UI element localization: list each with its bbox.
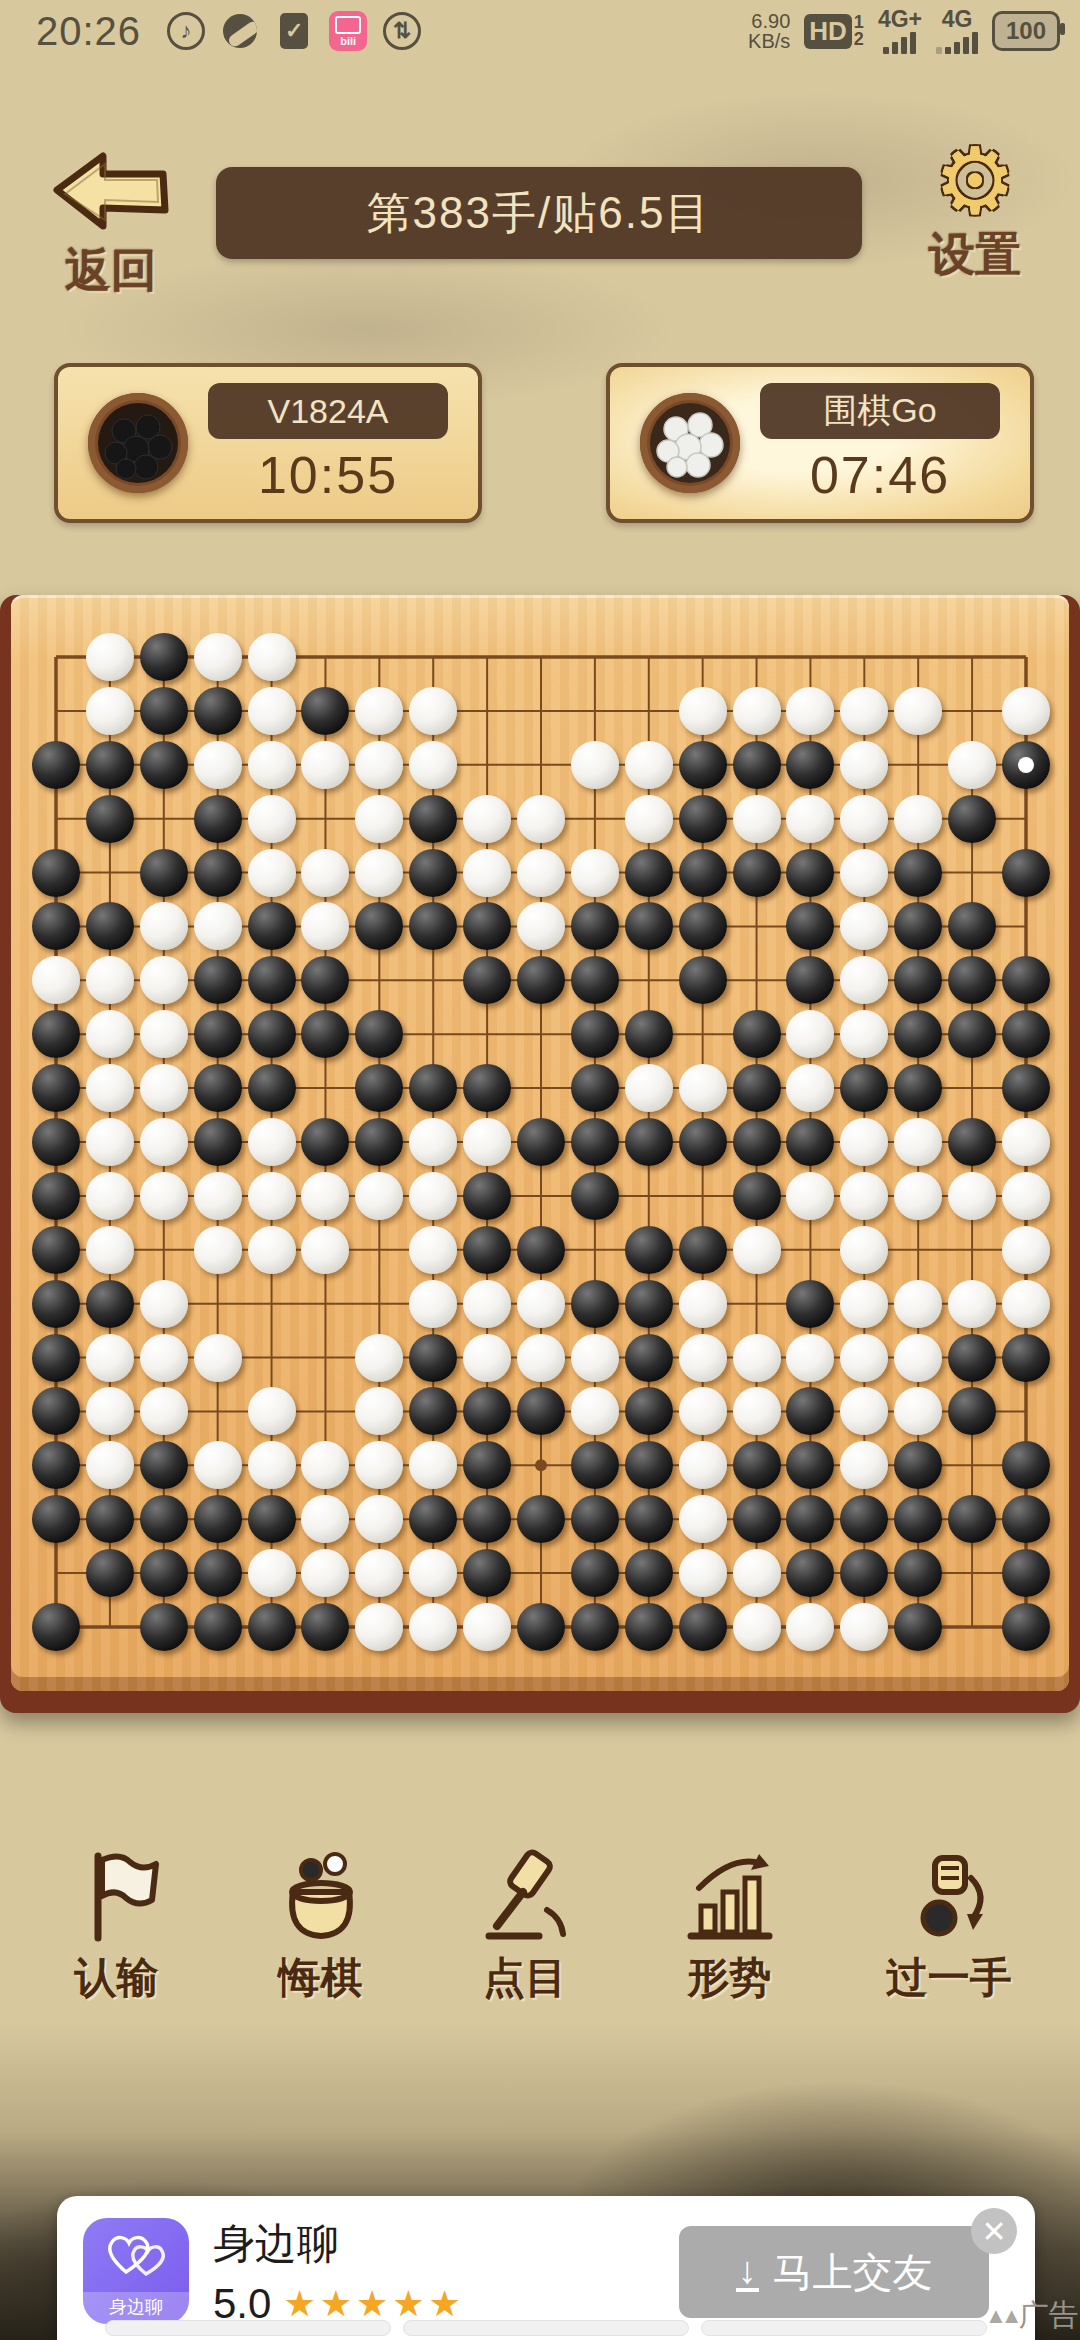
black-stone: [32, 1387, 80, 1435]
white-stone: [301, 1172, 349, 1220]
black-stone: [1002, 1549, 1050, 1597]
white-stone: [409, 1549, 457, 1597]
black-stone: [355, 1064, 403, 1112]
black-stone: [86, 902, 134, 950]
black-stone: [625, 1441, 673, 1489]
white-stone: [894, 1334, 942, 1382]
black-stone: [32, 1603, 80, 1651]
white-stone: [140, 1334, 188, 1382]
white-stone: [894, 687, 942, 735]
undo-button[interactable]: 悔棋: [273, 1848, 369, 2006]
white-stone-bowl-icon: [640, 393, 740, 493]
black-stone: [840, 1549, 888, 1597]
white-stone: [894, 1280, 942, 1328]
white-stone: [355, 849, 403, 897]
white-stone: [194, 1172, 242, 1220]
black-stone: [1002, 1441, 1050, 1489]
white-stone: [248, 687, 296, 735]
black-player-name: V1824A: [208, 383, 448, 439]
black-stone: [571, 1441, 619, 1489]
white-stone: [463, 1603, 511, 1651]
settings-button[interactable]: ⚙ 设置: [910, 138, 1040, 286]
white-stone: [409, 1172, 457, 1220]
white-stone: [840, 687, 888, 735]
white-stone: [894, 795, 942, 843]
black-stone: [625, 1495, 673, 1543]
white-stone: [571, 849, 619, 897]
black-stone: [140, 849, 188, 897]
white-stone: [248, 795, 296, 843]
ad-app-icon: 身边聊: [83, 2218, 189, 2324]
count-points-icon: [477, 1848, 573, 1944]
white-stone: [248, 741, 296, 789]
white-stone: [840, 1441, 888, 1489]
black-stone: [625, 849, 673, 897]
white-stone: [733, 687, 781, 735]
music-icon: ♪: [167, 12, 205, 50]
black-stone: [894, 849, 942, 897]
white-player-card: 围棋Go 07:46: [606, 363, 1034, 523]
black-stone: [140, 1495, 188, 1543]
black-stone: [571, 1549, 619, 1597]
white-stone: [571, 1387, 619, 1435]
white-stone: [409, 1603, 457, 1651]
white-stone: [409, 1280, 457, 1328]
black-stone: [463, 1549, 511, 1597]
action-toolbar: 认输 悔棋 点目 形势: [0, 1848, 1080, 2018]
white-stone: [571, 1334, 619, 1382]
white-stone: [679, 1334, 727, 1382]
white-stone: [86, 1172, 134, 1220]
status-bar: 20:26 ♪ ✓ bili ⇅ 6.90 KB/s HD 12 4G+ 4G …: [0, 0, 1080, 62]
black-stone: [571, 902, 619, 950]
resign-button[interactable]: 认输: [68, 1848, 164, 2006]
black-stone: [463, 1387, 511, 1435]
black-stone: [786, 1387, 834, 1435]
white-stone: [840, 1334, 888, 1382]
system-status-icons: 6.90 KB/s HD 12 4G+ 4G 100: [748, 8, 1060, 54]
white-stone: [355, 1441, 403, 1489]
black-stone: [948, 1118, 996, 1166]
black-stone: [86, 741, 134, 789]
white-stone: [140, 1172, 188, 1220]
black-stone: [32, 902, 80, 950]
game-header: 返回 第383手/贴6.5目 ⚙ 设置: [0, 130, 1080, 310]
white-stone: [463, 1334, 511, 1382]
data-usage-icon: ⇅: [383, 12, 421, 50]
white-stone: [86, 1387, 134, 1435]
ad-cta-button[interactable]: ↓ 马上交友: [679, 2226, 989, 2318]
resign-flag-icon: [68, 1848, 164, 1944]
black-stone: [1002, 956, 1050, 1004]
white-stone: [194, 1226, 242, 1274]
black-stone: [86, 1549, 134, 1597]
white-stone: [517, 849, 565, 897]
white-stone: [86, 1010, 134, 1058]
white-stone: [840, 849, 888, 897]
black-stone: [194, 1495, 242, 1543]
black-stone: [140, 1441, 188, 1489]
white-stone: [86, 1118, 134, 1166]
white-stone: [301, 902, 349, 950]
white-stone: [355, 1495, 403, 1543]
white-stone: [517, 1280, 565, 1328]
white-stone: [355, 1603, 403, 1651]
black-stone: [571, 1495, 619, 1543]
pass-button[interactable]: 过一手: [886, 1848, 1012, 2006]
signal-sim2-icon: 4G: [936, 8, 978, 54]
black-stone: [301, 956, 349, 1004]
black-stone: [140, 1603, 188, 1651]
black-stone: [733, 1495, 781, 1543]
black-stone: [733, 1441, 781, 1489]
black-stone: [517, 1603, 565, 1651]
white-stone: [355, 795, 403, 843]
black-stone: [517, 1226, 565, 1274]
black-stone: [32, 1064, 80, 1112]
white-stone: [733, 1549, 781, 1597]
black-stone: [463, 1441, 511, 1489]
signal-sim1-icon: 4G+: [878, 8, 922, 54]
black-stone: [786, 1495, 834, 1543]
white-stone: [786, 687, 834, 735]
black-stone: [840, 1495, 888, 1543]
black-stone: [679, 849, 727, 897]
white-stone: [625, 795, 673, 843]
black-stone: [1002, 1334, 1050, 1382]
white-stone: [194, 1441, 242, 1489]
black-stone: [248, 1603, 296, 1651]
black-stone: [301, 1010, 349, 1058]
white-stone: [301, 1226, 349, 1274]
ad-close-button[interactable]: ✕: [971, 2208, 1017, 2254]
white-stone: [1002, 687, 1050, 735]
black-stone: [517, 956, 565, 1004]
white-stone: [733, 1387, 781, 1435]
black-stone: [625, 1226, 673, 1274]
white-stone: [840, 902, 888, 950]
black-stone: [679, 795, 727, 843]
black-stone: [248, 956, 296, 1004]
black-stone: [301, 687, 349, 735]
white-stone: [786, 795, 834, 843]
black-stone: [786, 741, 834, 789]
white-stone: [840, 795, 888, 843]
back-arrow-icon: [51, 152, 171, 236]
white-stone: [840, 1603, 888, 1651]
black-stone: [625, 1334, 673, 1382]
white-stone: [679, 687, 727, 735]
count-button[interactable]: 点目: [477, 1848, 573, 2006]
white-stone: [248, 1226, 296, 1274]
black-stone: [517, 1495, 565, 1543]
black-stone: [786, 1280, 834, 1328]
black-stone: [140, 687, 188, 735]
white-stone: [733, 1334, 781, 1382]
black-stone: [194, 1064, 242, 1112]
white-stone: [1002, 1118, 1050, 1166]
hd-voice-icon: HD 12: [804, 14, 864, 49]
black-stone: [194, 956, 242, 1004]
black-stone: [355, 1010, 403, 1058]
trend-button[interactable]: 形势: [681, 1848, 777, 2006]
white-stone: [840, 956, 888, 1004]
black-stone: [463, 1495, 511, 1543]
black-stone: [679, 1118, 727, 1166]
white-stone: [786, 1010, 834, 1058]
white-stone: [679, 1549, 727, 1597]
black-stone: [840, 1064, 888, 1112]
white-stone: [248, 1549, 296, 1597]
black-stone: [625, 902, 673, 950]
territory-trend-icon: [681, 1848, 777, 1944]
white-stone: [409, 1118, 457, 1166]
white-stone: [248, 1118, 296, 1166]
ad-rating-stars: ★★★★★: [283, 2283, 464, 2325]
white-stone: [840, 741, 888, 789]
black-stone: [32, 1280, 80, 1328]
black-stone: [517, 1387, 565, 1435]
black-stone: [194, 795, 242, 843]
white-stone: [355, 1387, 403, 1435]
ad-banner[interactable]: 身边聊 身边聊 5.0 ★★★★★ ↓ 马上交友 ✕: [57, 2196, 1035, 2340]
black-stone: [894, 1010, 942, 1058]
black-stone: [733, 1118, 781, 1166]
black-stone: [679, 956, 727, 1004]
white-stone: [733, 795, 781, 843]
black-stone: [733, 741, 781, 789]
black-stone: [140, 633, 188, 681]
white-stone: [248, 1441, 296, 1489]
white-stone: [248, 633, 296, 681]
pass-move-icon: [901, 1848, 997, 1944]
move-info-plaque: 第383手/贴6.5目: [216, 167, 862, 259]
white-stone: [86, 1334, 134, 1382]
white-stone: [86, 1441, 134, 1489]
black-stone: [948, 795, 996, 843]
black-stone: [32, 1334, 80, 1382]
black-stone: [194, 849, 242, 897]
battery-icon: 100: [992, 11, 1060, 51]
black-stone: [571, 1603, 619, 1651]
black-stone: [1002, 1064, 1050, 1112]
black-stone: [1002, 741, 1050, 789]
black-stone: [733, 1172, 781, 1220]
white-stone: [248, 1387, 296, 1435]
white-stone: [679, 1280, 727, 1328]
go-board[interactable]: [0, 595, 1080, 1713]
white-stone: [355, 1549, 403, 1597]
white-stone: [355, 741, 403, 789]
black-stone: [1002, 1603, 1050, 1651]
white-stone: [840, 1172, 888, 1220]
back-button[interactable]: 返回: [46, 152, 176, 302]
black-stone: [894, 1441, 942, 1489]
black-stone: [948, 1495, 996, 1543]
white-stone: [679, 1441, 727, 1489]
black-stone: [463, 1064, 511, 1112]
white-stone: [733, 1603, 781, 1651]
white-stone: [1002, 1280, 1050, 1328]
white-stone: [948, 741, 996, 789]
black-stone: [32, 849, 80, 897]
white-stone: [571, 741, 619, 789]
white-stone: [517, 902, 565, 950]
back-label: 返回: [46, 240, 176, 302]
white-stone: [894, 1118, 942, 1166]
black-stone: [786, 956, 834, 1004]
stones-layer: [0, 595, 1080, 1713]
white-stone: [409, 687, 457, 735]
white-stone: [248, 849, 296, 897]
white-stone: [840, 1387, 888, 1435]
black-stone: [463, 902, 511, 950]
black-stone: [355, 902, 403, 950]
black-stone: [32, 1172, 80, 1220]
white-stone: [355, 687, 403, 735]
black-stone: [571, 1172, 619, 1220]
last-move-marker: [1018, 757, 1034, 773]
white-stone: [301, 1495, 349, 1543]
black-stone: [679, 1226, 727, 1274]
black-stone: [463, 1172, 511, 1220]
black-stone: [86, 1280, 134, 1328]
black-stone: [571, 1118, 619, 1166]
white-stone: [625, 1064, 673, 1112]
white-stone: [1002, 1226, 1050, 1274]
black-stone: [32, 1441, 80, 1489]
white-stone: [140, 1118, 188, 1166]
notification-icons: ♪ ✓ bili ⇅: [167, 12, 421, 50]
black-stone: [248, 902, 296, 950]
black-stone: [194, 1118, 242, 1166]
black-stone: [32, 741, 80, 789]
black-stone: [463, 956, 511, 1004]
bilibili-icon: bili: [329, 12, 367, 50]
black-stone: [733, 1010, 781, 1058]
black-stone: [355, 1118, 403, 1166]
white-player-name: 围棋Go: [760, 383, 1000, 439]
white-stone: [679, 1064, 727, 1112]
white-stone: [86, 956, 134, 1004]
ad-app-name: 身边聊: [213, 2216, 339, 2272]
white-stone: [786, 1172, 834, 1220]
white-stone: [840, 1010, 888, 1058]
black-stone: [32, 1495, 80, 1543]
black-stone: [894, 1495, 942, 1543]
black-stone: [948, 1334, 996, 1382]
black-stone: [301, 1603, 349, 1651]
black-stone: [140, 741, 188, 789]
black-stone: [894, 902, 942, 950]
black-stone-bowl-icon: [88, 393, 188, 493]
white-stone: [194, 902, 242, 950]
browser-disc-icon: [221, 12, 259, 50]
white-stone: [786, 1064, 834, 1112]
white-stone: [301, 849, 349, 897]
white-stone: [355, 1172, 403, 1220]
white-stone: [463, 849, 511, 897]
black-stone: [248, 1010, 296, 1058]
white-stone: [786, 1334, 834, 1382]
gear-icon: ⚙: [910, 138, 1040, 224]
black-player-card: V1824A 10:55: [54, 363, 482, 523]
black-stone: [248, 1495, 296, 1543]
black-stone: [733, 1064, 781, 1112]
black-stone: [409, 1064, 457, 1112]
white-stone: [948, 1280, 996, 1328]
white-stone: [786, 1603, 834, 1651]
white-stone: [463, 1280, 511, 1328]
hearts-icon: [104, 2230, 168, 2278]
black-stone: [625, 1603, 673, 1651]
white-stone: [86, 1226, 134, 1274]
white-stone: [194, 633, 242, 681]
white-stone: [409, 1441, 457, 1489]
black-stone: [948, 1387, 996, 1435]
ad-mark-label: ▲▲ 广告: [985, 2295, 1079, 2336]
black-stone: [948, 902, 996, 950]
white-stone: [248, 1172, 296, 1220]
white-stone: [409, 1226, 457, 1274]
white-stone: [894, 1172, 942, 1220]
white-stone: [140, 1010, 188, 1058]
black-stone: [625, 1118, 673, 1166]
download-icon: ↓: [736, 2252, 759, 2292]
black-stone: [301, 1118, 349, 1166]
white-stone: [894, 1387, 942, 1435]
black-stone: [948, 956, 996, 1004]
black-player-clock: 10:55: [208, 445, 448, 505]
white-stone: [463, 1118, 511, 1166]
white-stone: [733, 1226, 781, 1274]
white-stone: [301, 1549, 349, 1597]
move-info-text: 第383手/贴6.5目: [367, 184, 712, 243]
black-stone: [409, 849, 457, 897]
settings-label: 设置: [910, 224, 1040, 286]
white-stone: [679, 1387, 727, 1435]
black-stone: [409, 795, 457, 843]
black-stone: [517, 1118, 565, 1166]
white-stone: [679, 1495, 727, 1543]
black-stone: [894, 956, 942, 1004]
white-stone: [1002, 1172, 1050, 1220]
white-stone: [86, 687, 134, 735]
black-stone: [679, 1603, 727, 1651]
black-stone: [679, 902, 727, 950]
white-stone: [840, 1118, 888, 1166]
black-stone: [409, 1334, 457, 1382]
white-stone: [86, 1064, 134, 1112]
black-stone: [625, 1280, 673, 1328]
black-stone: [733, 849, 781, 897]
black-stone: [194, 687, 242, 735]
black-stone: [409, 902, 457, 950]
black-stone: [786, 849, 834, 897]
black-stone: [948, 1010, 996, 1058]
black-stone: [194, 1603, 242, 1651]
black-stone: [409, 1387, 457, 1435]
white-stone: [409, 741, 457, 789]
black-stone: [894, 1603, 942, 1651]
white-stone: [948, 1172, 996, 1220]
black-stone: [1002, 1010, 1050, 1058]
black-stone: [894, 1549, 942, 1597]
black-stone: [625, 1010, 673, 1058]
white-stone: [140, 956, 188, 1004]
black-stone: [32, 1010, 80, 1058]
white-stone: [840, 1280, 888, 1328]
